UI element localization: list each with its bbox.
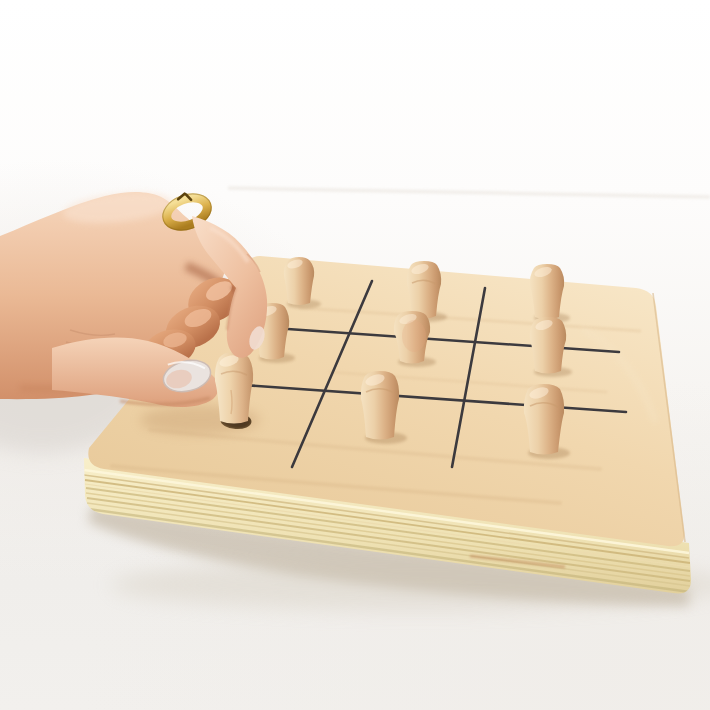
backdrop-seam: [228, 188, 710, 197]
hand: [0, 187, 248, 408]
photo-recreation: [0, 0, 710, 710]
scene: [0, 0, 710, 710]
peg-r3c1-held[interactable]: [215, 352, 253, 424]
